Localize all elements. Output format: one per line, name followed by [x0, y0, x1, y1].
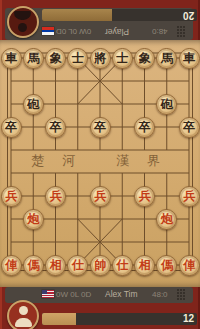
bottom-player-timer-bar: 12	[42, 313, 197, 325]
piece-rB[interactable]: 相	[134, 255, 155, 276]
board-point[interactable]	[22, 231, 44, 254]
board-point[interactable]: 象	[45, 47, 67, 70]
piece-bA[interactable]: 士	[112, 48, 133, 69]
board-point[interactable]	[111, 162, 133, 185]
piece-bP[interactable]: 卒	[134, 117, 155, 138]
person-icon	[9, 302, 37, 329]
board-point[interactable]	[45, 208, 67, 231]
board-point[interactable]	[156, 185, 178, 208]
piece-rP[interactable]: 兵	[45, 186, 66, 207]
piece-bK[interactable]: 將	[90, 48, 111, 69]
board-point[interactable]	[67, 139, 89, 162]
board-point[interactable]	[134, 70, 156, 93]
board-point[interactable]	[0, 93, 22, 116]
board-point[interactable]	[156, 162, 178, 185]
piece-rA[interactable]: 仕	[67, 255, 88, 276]
piece-bB[interactable]: 象	[45, 48, 66, 69]
board-point[interactable]: 馬	[156, 47, 178, 70]
top-timer-value: 20	[183, 9, 194, 21]
board-point[interactable]	[89, 208, 111, 231]
board-point[interactable]	[89, 139, 111, 162]
board-point[interactable]: 兵	[89, 185, 111, 208]
top-player-rating: 48:0	[152, 26, 168, 37]
piece-rC[interactable]: 炮	[156, 209, 177, 230]
top-player-info-row: 0W 0L 0D Player 48:0	[42, 26, 198, 37]
piece-grid: 車馬象士將士象馬車砲砲卒卒卒卒卒兵兵兵兵兵炮炮俥傌相仕帥仕相傌俥	[0, 47, 200, 277]
top-timer-fill	[42, 9, 112, 21]
board-point[interactable]: 士	[111, 47, 133, 70]
board-point[interactable]	[45, 139, 67, 162]
bottom-player-record: 0W 0L 0D	[56, 289, 91, 300]
board-point[interactable]	[67, 231, 89, 254]
board-point[interactable]	[134, 208, 156, 231]
grip-dots-icon	[177, 26, 186, 38]
top-player-name: Player	[105, 26, 129, 37]
board-point[interactable]	[134, 93, 156, 116]
board-point[interactable]	[67, 185, 89, 208]
board-point[interactable]	[178, 93, 200, 116]
board-point[interactable]	[156, 70, 178, 93]
board-point[interactable]	[178, 139, 200, 162]
board-point[interactable]	[0, 162, 22, 185]
board-point[interactable]	[134, 162, 156, 185]
board-point[interactable]	[156, 231, 178, 254]
board-point[interactable]	[111, 93, 133, 116]
board-point[interactable]	[45, 231, 67, 254]
board-point[interactable]: 俥	[178, 254, 200, 277]
piece-bR[interactable]: 車	[1, 48, 22, 69]
board-point[interactable]	[178, 208, 200, 231]
piece-bC[interactable]: 砲	[23, 94, 44, 115]
piece-rB[interactable]: 相	[45, 255, 66, 276]
board-point[interactable]	[178, 162, 200, 185]
bottom-player-avatar[interactable]	[7, 300, 39, 329]
russia-flag-icon	[42, 27, 54, 35]
board-point[interactable]	[45, 93, 67, 116]
board-point[interactable]: 傌	[22, 254, 44, 277]
board-point[interactable]	[22, 116, 44, 139]
xiangqi-app-window: 20 0W 0L 0D Player 48:0 楚 河 漢 界 車馬象士將士象馬…	[0, 0, 200, 329]
piece-rA[interactable]: 仕	[112, 255, 133, 276]
board-point[interactable]: 帥	[89, 254, 111, 277]
piece-rR[interactable]: 俥	[179, 255, 200, 276]
board-point[interactable]	[0, 70, 22, 93]
board-point[interactable]	[0, 208, 22, 231]
board-point[interactable]	[89, 70, 111, 93]
board-point[interactable]	[89, 162, 111, 185]
board-point[interactable]: 馬	[22, 47, 44, 70]
board-point[interactable]: 相	[45, 254, 67, 277]
board-point[interactable]: 象	[134, 47, 156, 70]
board-point[interactable]	[134, 231, 156, 254]
board-point[interactable]: 仕	[111, 254, 133, 277]
piece-rP[interactable]: 兵	[1, 186, 22, 207]
piece-bP[interactable]: 卒	[45, 117, 66, 138]
board-point[interactable]: 車	[178, 47, 200, 70]
piece-rN[interactable]: 傌	[23, 255, 44, 276]
bottom-timer-value: 12	[183, 313, 194, 325]
xiangqi-board[interactable]: 楚 河 漢 界 車馬象士將士象馬車砲砲卒卒卒卒卒兵兵兵兵兵炮炮俥傌相仕帥仕相傌俥	[0, 40, 200, 287]
bottom-player-rating: 48:0	[152, 289, 168, 300]
board-point[interactable]: 炮	[22, 208, 44, 231]
piece-bP[interactable]: 卒	[1, 117, 22, 138]
piece-rC[interactable]: 炮	[23, 209, 44, 230]
board-point[interactable]	[45, 70, 67, 93]
board-point[interactable]	[111, 185, 133, 208]
board-point[interactable]: 卒	[89, 116, 111, 139]
board-point[interactable]	[111, 231, 133, 254]
piece-bA[interactable]: 士	[67, 48, 88, 69]
board-point[interactable]: 將	[89, 47, 111, 70]
board-point[interactable]: 傌	[156, 254, 178, 277]
board-point[interactable]	[67, 93, 89, 116]
board-point[interactable]: 炮	[156, 208, 178, 231]
board-point[interactable]	[0, 139, 22, 162]
board-point[interactable]	[67, 162, 89, 185]
piece-bN[interactable]: 馬	[23, 48, 44, 69]
top-player-record: 0W 0L 0D	[56, 26, 91, 37]
board-point[interactable]: 相	[134, 254, 156, 277]
board-point[interactable]: 砲	[156, 93, 178, 116]
board-point[interactable]: 士	[67, 47, 89, 70]
board-point[interactable]	[89, 93, 111, 116]
piece-rR[interactable]: 俥	[1, 255, 22, 276]
board-point[interactable]	[156, 116, 178, 139]
board-point[interactable]	[111, 139, 133, 162]
board-point[interactable]	[22, 70, 44, 93]
board-point[interactable]: 砲	[22, 93, 44, 116]
board-point[interactable]: 卒	[0, 116, 22, 139]
board-point[interactable]: 卒	[45, 116, 67, 139]
board-point[interactable]	[67, 70, 89, 93]
board-point[interactable]: 仕	[67, 254, 89, 277]
board-point[interactable]	[156, 139, 178, 162]
piece-bB[interactable]: 象	[134, 48, 155, 69]
person-icon	[9, 8, 37, 36]
piece-bC[interactable]: 砲	[156, 94, 177, 115]
board-point[interactable]	[178, 231, 200, 254]
board-point[interactable]	[22, 185, 44, 208]
board-point[interactable]	[22, 162, 44, 185]
board-point[interactable]	[67, 208, 89, 231]
board-point[interactable]: 卒	[134, 116, 156, 139]
board-point[interactable]: 俥	[0, 254, 22, 277]
bottom-player-name: Alex Tim	[105, 289, 138, 300]
board-point[interactable]: 兵	[0, 185, 22, 208]
piece-rP[interactable]: 兵	[134, 186, 155, 207]
piece-rP[interactable]: 兵	[179, 186, 200, 207]
piece-rK[interactable]: 帥	[90, 255, 111, 276]
piece-bR[interactable]: 車	[179, 48, 200, 69]
piece-rP[interactable]: 兵	[90, 186, 111, 207]
board-point[interactable]	[89, 231, 111, 254]
board-point[interactable]	[111, 70, 133, 93]
board-point[interactable]: 車	[0, 47, 22, 70]
board-point[interactable]	[111, 208, 133, 231]
piece-bP[interactable]: 卒	[90, 117, 111, 138]
board-point[interactable]	[22, 139, 44, 162]
top-player-avatar[interactable]	[7, 6, 39, 38]
piece-rN[interactable]: 傌	[156, 255, 177, 276]
board-point[interactable]: 兵	[178, 185, 200, 208]
board-point[interactable]: 兵	[45, 185, 67, 208]
board-point[interactable]	[45, 162, 67, 185]
top-player-timer-bar: 20	[42, 9, 197, 21]
board-point[interactable]	[67, 116, 89, 139]
bottom-timer-fill	[42, 313, 76, 325]
us-flag-icon	[42, 290, 54, 298]
grip-dots-icon	[177, 289, 186, 301]
board-point[interactable]: 卒	[178, 116, 200, 139]
board-point[interactable]	[0, 231, 22, 254]
board-point[interactable]	[134, 139, 156, 162]
piece-bN[interactable]: 馬	[156, 48, 177, 69]
bottom-player-info-row: 0W 0L 0D Alex Tim 48:0	[42, 289, 198, 300]
board-point[interactable]	[178, 70, 200, 93]
board-point[interactable]: 兵	[134, 185, 156, 208]
piece-bP[interactable]: 卒	[179, 117, 200, 138]
board-point[interactable]	[111, 116, 133, 139]
